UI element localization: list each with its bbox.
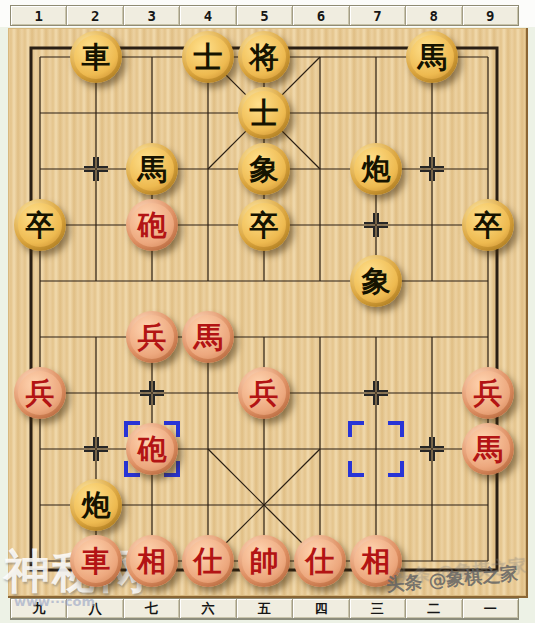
point-marker-corner bbox=[420, 450, 431, 461]
piece-glyph: 卒 bbox=[26, 211, 55, 240]
point-marker-corner bbox=[364, 226, 375, 237]
piece-red-相[interactable]: 相 bbox=[126, 535, 178, 587]
point-marker-corner bbox=[153, 381, 164, 392]
piece-black-卒[interactable]: 卒 bbox=[238, 199, 290, 251]
top-coordinate-label: 9 bbox=[463, 6, 518, 25]
point-marker-corner bbox=[377, 394, 388, 405]
bracket-corner bbox=[388, 421, 404, 437]
piece-glyph: 兵 bbox=[250, 379, 279, 408]
point-marker-corner bbox=[377, 381, 388, 392]
top-coordinate-label: 7 bbox=[350, 6, 406, 25]
top-coordinate-label: 8 bbox=[406, 6, 462, 25]
piece-glyph: 砲 bbox=[138, 211, 167, 240]
piece-black-将[interactable]: 将 bbox=[238, 31, 290, 83]
piece-black-炮[interactable]: 炮 bbox=[70, 479, 122, 531]
piece-glyph: 車 bbox=[82, 43, 111, 72]
piece-black-士[interactable]: 士 bbox=[238, 87, 290, 139]
piece-glyph: 砲 bbox=[138, 435, 167, 464]
piece-glyph: 馬 bbox=[418, 43, 447, 72]
piece-black-士[interactable]: 士 bbox=[182, 31, 234, 83]
point-marker-corner bbox=[97, 450, 108, 461]
point-marker-corner bbox=[377, 226, 388, 237]
piece-glyph: 象 bbox=[362, 267, 391, 296]
piece-glyph: 仕 bbox=[306, 547, 335, 576]
xiangqi-app: 123456789 車士将馬士馬象炮卒砲卒卒象兵馬兵兵兵砲馬炮車相仕帥仕相 神秘… bbox=[0, 0, 535, 623]
point-marker-corner bbox=[84, 157, 95, 168]
piece-glyph: 士 bbox=[194, 43, 223, 72]
point-marker bbox=[82, 155, 110, 183]
top-coordinate-bar: 123456789 bbox=[10, 5, 519, 26]
piece-red-兵[interactable]: 兵 bbox=[238, 367, 290, 419]
point-marker bbox=[418, 155, 446, 183]
piece-glyph: 兵 bbox=[138, 323, 167, 352]
top-coordinate-label: 1 bbox=[11, 6, 67, 25]
piece-glyph: 象 bbox=[250, 155, 279, 184]
piece-black-馬[interactable]: 馬 bbox=[406, 31, 458, 83]
point-marker-corner bbox=[364, 394, 375, 405]
piece-glyph: 相 bbox=[362, 547, 391, 576]
point-marker-corner bbox=[364, 213, 375, 224]
top-coordinate-label: 4 bbox=[180, 6, 236, 25]
piece-glyph: 炮 bbox=[82, 491, 111, 520]
point-marker-corner bbox=[377, 213, 388, 224]
piece-glyph: 相 bbox=[138, 547, 167, 576]
piece-red-車[interactable]: 車 bbox=[70, 535, 122, 587]
bottom-coordinate-label: 四 bbox=[293, 599, 349, 618]
piece-red-馬[interactable]: 馬 bbox=[182, 311, 234, 363]
bracket-corner bbox=[348, 421, 364, 437]
top-coordinate-label: 2 bbox=[67, 6, 123, 25]
point-marker bbox=[418, 435, 446, 463]
piece-red-兵[interactable]: 兵 bbox=[126, 311, 178, 363]
piece-glyph: 兵 bbox=[474, 379, 503, 408]
bottom-coordinate-label: 五 bbox=[237, 599, 293, 618]
piece-glyph: 兵 bbox=[26, 379, 55, 408]
point-marker-corner bbox=[140, 394, 151, 405]
piece-glyph: 馬 bbox=[194, 323, 223, 352]
point-marker-corner bbox=[364, 381, 375, 392]
piece-black-象[interactable]: 象 bbox=[350, 255, 402, 307]
top-coordinate-label: 6 bbox=[293, 6, 349, 25]
point-marker-corner bbox=[84, 170, 95, 181]
point-marker bbox=[82, 435, 110, 463]
piece-glyph: 士 bbox=[250, 99, 279, 128]
point-marker-corner bbox=[140, 381, 151, 392]
piece-glyph: 炮 bbox=[362, 155, 391, 184]
piece-red-兵[interactable]: 兵 bbox=[14, 367, 66, 419]
bottom-coordinate-label: 七 bbox=[124, 599, 180, 618]
point-marker-corner bbox=[97, 437, 108, 448]
piece-red-兵[interactable]: 兵 bbox=[462, 367, 514, 419]
point-marker-corner bbox=[153, 394, 164, 405]
piece-glyph: 帥 bbox=[250, 547, 279, 576]
piece-black-炮[interactable]: 炮 bbox=[350, 143, 402, 195]
piece-glyph: 将 bbox=[250, 43, 279, 72]
point-marker-corner bbox=[84, 437, 95, 448]
watermark-site-url: www···com bbox=[14, 594, 95, 609]
point-marker bbox=[138, 379, 166, 407]
piece-glyph: 卒 bbox=[250, 211, 279, 240]
piece-black-卒[interactable]: 卒 bbox=[462, 199, 514, 251]
piece-black-象[interactable]: 象 bbox=[238, 143, 290, 195]
piece-glyph: 仕 bbox=[194, 547, 223, 576]
bottom-coordinate-label: 一 bbox=[463, 599, 518, 618]
piece-red-仕[interactable]: 仕 bbox=[182, 535, 234, 587]
piece-black-車[interactable]: 車 bbox=[70, 31, 122, 83]
bracket-corner bbox=[348, 461, 364, 477]
piece-glyph: 馬 bbox=[474, 435, 503, 464]
top-coordinate-label: 5 bbox=[237, 6, 293, 25]
top-coordinate-label: 3 bbox=[124, 6, 180, 25]
piece-red-仕[interactable]: 仕 bbox=[294, 535, 346, 587]
piece-red-帥[interactable]: 帥 bbox=[238, 535, 290, 587]
bottom-coordinate-label: 二 bbox=[406, 599, 462, 618]
piece-black-馬[interactable]: 馬 bbox=[126, 143, 178, 195]
piece-glyph: 卒 bbox=[474, 211, 503, 240]
point-marker-corner bbox=[97, 170, 108, 181]
point-marker-corner bbox=[420, 157, 431, 168]
piece-glyph: 馬 bbox=[138, 155, 167, 184]
piece-red-砲[interactable]: 砲 bbox=[126, 423, 178, 475]
piece-black-卒[interactable]: 卒 bbox=[14, 199, 66, 251]
piece-red-砲[interactable]: 砲 bbox=[126, 199, 178, 251]
point-marker bbox=[362, 211, 390, 239]
point-marker-corner bbox=[433, 157, 444, 168]
point-marker-corner bbox=[433, 437, 444, 448]
piece-red-馬[interactable]: 馬 bbox=[462, 423, 514, 475]
point-marker-corner bbox=[84, 450, 95, 461]
last-move-from-marker bbox=[348, 421, 404, 477]
point-marker-corner bbox=[433, 450, 444, 461]
bracket-corner bbox=[388, 461, 404, 477]
bottom-coordinate-label: 三 bbox=[350, 599, 406, 618]
point-marker-corner bbox=[420, 437, 431, 448]
point-marker-corner bbox=[433, 170, 444, 181]
point-marker bbox=[362, 379, 390, 407]
point-marker-corner bbox=[420, 170, 431, 181]
point-marker-corner bbox=[97, 157, 108, 168]
bottom-coordinate-label: 六 bbox=[180, 599, 236, 618]
piece-glyph: 車 bbox=[82, 547, 111, 576]
xiangqi-board[interactable]: 車士将馬士馬象炮卒砲卒卒象兵馬兵兵兵砲馬炮車相仕帥仕相 bbox=[8, 28, 528, 598]
